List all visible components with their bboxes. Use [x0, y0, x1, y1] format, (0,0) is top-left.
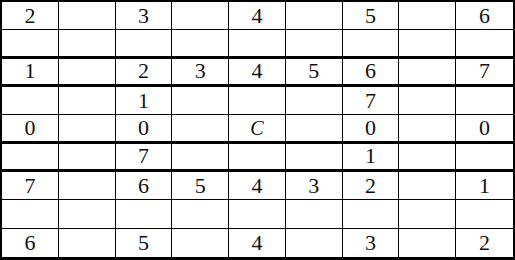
grid-cell: 1: [343, 144, 400, 172]
grid-cell: 3: [116, 2, 173, 30]
grid-cell: [172, 229, 229, 257]
grid-cell: [2, 200, 59, 228]
grid-cell: [456, 30, 513, 58]
grid-cell: [172, 87, 229, 115]
grid-cell: 0: [116, 115, 173, 143]
grid-cell: 5: [172, 172, 229, 200]
grid-cell: 6: [116, 172, 173, 200]
grid-cell: 3: [286, 172, 343, 200]
grid-cell: 4: [229, 2, 286, 30]
grid-cell: [172, 2, 229, 30]
grid-cell: [59, 229, 116, 257]
grid-cell: [2, 144, 59, 172]
grid-cell: [399, 115, 456, 143]
grid-cell: 7: [2, 172, 59, 200]
grid-cell: [399, 144, 456, 172]
grid-cell: [59, 59, 116, 87]
grid-cell: [399, 87, 456, 115]
grid-cell: 7: [343, 87, 400, 115]
grid-cell: 5: [286, 59, 343, 87]
grid-cell: [172, 144, 229, 172]
grid-cell: 6: [456, 2, 513, 30]
grid-cell: [2, 30, 59, 58]
grid-cell: [2, 87, 59, 115]
grid-cell: [59, 200, 116, 228]
grid-cell: [116, 30, 173, 58]
grid-cell: 5: [116, 229, 173, 257]
grid-cell: 1: [116, 87, 173, 115]
grid-cell: [59, 87, 116, 115]
grid-cell: 0: [343, 115, 400, 143]
grid-cell: 5: [343, 2, 400, 30]
grid-cell: [59, 2, 116, 30]
grid-cell: [399, 2, 456, 30]
grid-cell: 0: [456, 115, 513, 143]
grid-cell: [172, 200, 229, 228]
grid-cell: [59, 115, 116, 143]
grid-cell: 1: [2, 59, 59, 87]
grid-cell: [286, 144, 343, 172]
grid-cell: 1: [456, 172, 513, 200]
grid-cell: [343, 30, 400, 58]
grid-cell: [399, 229, 456, 257]
grid-cell: 2: [2, 2, 59, 30]
grid-cell: [229, 30, 286, 58]
grid-cell: 3: [343, 229, 400, 257]
grid-cell: [399, 200, 456, 228]
grid-cell: [59, 144, 116, 172]
grid-cell: [456, 144, 513, 172]
grid-cell: [399, 172, 456, 200]
grid-cell: 2: [343, 172, 400, 200]
centre-cell: C: [229, 115, 286, 143]
grid-cell: [286, 2, 343, 30]
grid-cell: [399, 59, 456, 87]
grid-cell: 6: [2, 229, 59, 257]
grid-cell: [59, 172, 116, 200]
grid-cell: 7: [116, 144, 173, 172]
grid-cell: 0: [2, 115, 59, 143]
grid-cell: 7: [456, 59, 513, 87]
grid-cell: [286, 229, 343, 257]
grid-cell: 3: [172, 59, 229, 87]
grid-cell: 4: [229, 172, 286, 200]
grid-cell: [286, 200, 343, 228]
grid-cell: 4: [229, 229, 286, 257]
grid-cell: [456, 87, 513, 115]
grid-cell: 2: [456, 229, 513, 257]
grid-cell: [172, 115, 229, 143]
grid-cell: [59, 30, 116, 58]
grid-cell: 4: [229, 59, 286, 87]
grid-cell: [229, 200, 286, 228]
grid-cell: [286, 87, 343, 115]
puzzle-board: 2345612345671700C0071765432165432: [0, 0, 515, 260]
grid-cell: [229, 87, 286, 115]
grid-cell: [116, 200, 173, 228]
grid-cell: 6: [343, 59, 400, 87]
grid-cell: [172, 30, 229, 58]
grid-cell: [229, 144, 286, 172]
grid-cell: [343, 200, 400, 228]
grid-cell: [399, 30, 456, 58]
grid-cell: 2: [116, 59, 173, 87]
grid-cell: [456, 200, 513, 228]
grid-cell: [286, 30, 343, 58]
grid-cell: [286, 115, 343, 143]
